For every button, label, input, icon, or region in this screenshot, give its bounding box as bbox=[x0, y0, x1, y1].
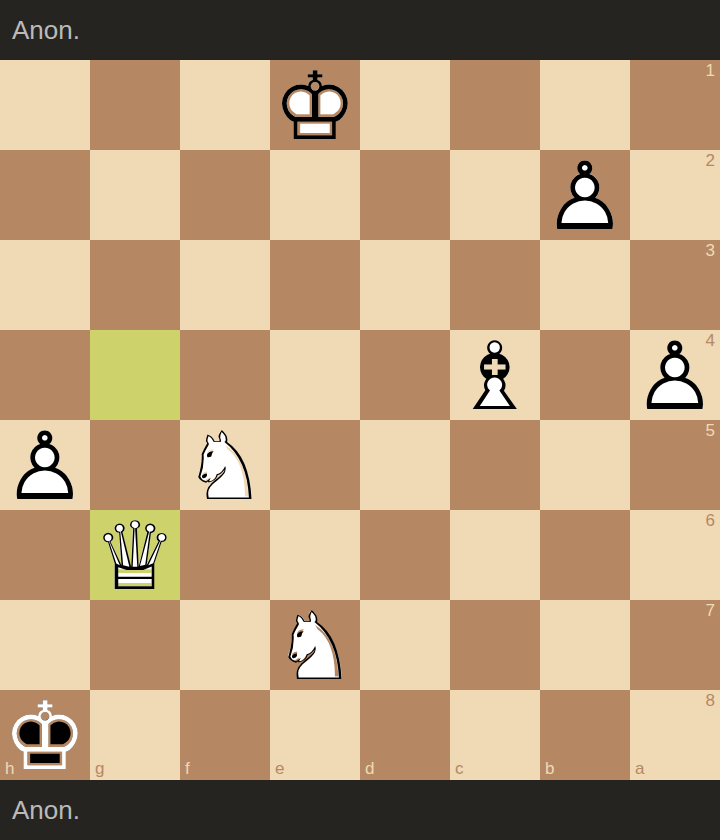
square-d7[interactable] bbox=[360, 600, 450, 690]
square-h3[interactable] bbox=[0, 240, 90, 330]
square-g3[interactable] bbox=[90, 240, 180, 330]
square-g8[interactable]: g bbox=[90, 690, 180, 780]
square-d5[interactable] bbox=[360, 420, 450, 510]
top-player-name: Anon. bbox=[12, 17, 80, 43]
square-c8[interactable]: c bbox=[450, 690, 540, 780]
bottom-player-bar: Anon. bbox=[0, 780, 720, 840]
square-f5[interactable]: ♞︎♘︎ bbox=[180, 420, 270, 510]
square-d6[interactable] bbox=[360, 510, 450, 600]
square-e8[interactable]: e bbox=[270, 690, 360, 780]
square-b1[interactable] bbox=[540, 60, 630, 150]
coord-file-b: b bbox=[545, 760, 554, 777]
square-c7[interactable] bbox=[450, 600, 540, 690]
square-a1[interactable]: 1 bbox=[630, 60, 720, 150]
coord-file-g: g bbox=[95, 760, 104, 777]
coord-rank-2: 2 bbox=[706, 152, 715, 169]
square-b4[interactable] bbox=[540, 330, 630, 420]
coord-file-c: c bbox=[455, 760, 464, 777]
coord-rank-1: 1 bbox=[706, 62, 715, 79]
coord-rank-7: 7 bbox=[706, 602, 715, 619]
square-a7[interactable]: 7 bbox=[630, 600, 720, 690]
square-f7[interactable] bbox=[180, 600, 270, 690]
square-e1[interactable]: ♚︎♔︎ bbox=[270, 60, 360, 150]
white-knight-icon[interactable]: ♞︎♘︎ bbox=[180, 420, 270, 510]
square-g4[interactable] bbox=[90, 330, 180, 420]
square-c3[interactable] bbox=[450, 240, 540, 330]
square-f6[interactable] bbox=[180, 510, 270, 600]
square-g2[interactable] bbox=[90, 150, 180, 240]
coord-rank-6: 6 bbox=[706, 512, 715, 529]
square-c1[interactable] bbox=[450, 60, 540, 150]
square-h8[interactable]: h♚︎♔︎ bbox=[0, 690, 90, 780]
square-h6[interactable] bbox=[0, 510, 90, 600]
square-f3[interactable] bbox=[180, 240, 270, 330]
black-king-icon[interactable]: ♚︎♔︎ bbox=[0, 690, 90, 780]
square-f4[interactable] bbox=[180, 330, 270, 420]
square-b5[interactable] bbox=[540, 420, 630, 510]
coord-file-a: a bbox=[635, 760, 644, 777]
square-b7[interactable] bbox=[540, 600, 630, 690]
square-h7[interactable] bbox=[0, 600, 90, 690]
square-d1[interactable] bbox=[360, 60, 450, 150]
square-b2[interactable]: ♟︎♙︎ bbox=[540, 150, 630, 240]
white-king-icon[interactable]: ♚︎♔︎ bbox=[270, 60, 360, 150]
square-d3[interactable] bbox=[360, 240, 450, 330]
square-a6[interactable]: 6 bbox=[630, 510, 720, 600]
square-g1[interactable] bbox=[90, 60, 180, 150]
square-a3[interactable]: 3 bbox=[630, 240, 720, 330]
square-c2[interactable] bbox=[450, 150, 540, 240]
white-pawn-icon[interactable]: ♟︎♙︎ bbox=[0, 420, 90, 510]
square-d8[interactable]: d bbox=[360, 690, 450, 780]
square-d4[interactable] bbox=[360, 330, 450, 420]
square-e3[interactable] bbox=[270, 240, 360, 330]
square-b8[interactable]: b bbox=[540, 690, 630, 780]
square-f2[interactable] bbox=[180, 150, 270, 240]
white-bishop-icon[interactable]: ♝︎♗︎ bbox=[450, 330, 540, 420]
square-f1[interactable] bbox=[180, 60, 270, 150]
square-e7[interactable]: ♞︎♘︎ bbox=[270, 600, 360, 690]
square-d2[interactable] bbox=[360, 150, 450, 240]
square-g7[interactable] bbox=[90, 600, 180, 690]
square-a4[interactable]: 4♟︎♙︎ bbox=[630, 330, 720, 420]
top-player-bar: Anon. bbox=[0, 0, 720, 60]
coord-rank-3: 3 bbox=[706, 242, 715, 259]
square-h5[interactable]: ♟︎♙︎ bbox=[0, 420, 90, 510]
square-e6[interactable] bbox=[270, 510, 360, 600]
square-c4[interactable]: ♝︎♗︎ bbox=[450, 330, 540, 420]
square-a5[interactable]: 5 bbox=[630, 420, 720, 510]
square-f8[interactable]: f bbox=[180, 690, 270, 780]
square-c6[interactable] bbox=[450, 510, 540, 600]
square-b6[interactable] bbox=[540, 510, 630, 600]
bottom-player-name: Anon. bbox=[12, 797, 80, 823]
square-a2[interactable]: 2 bbox=[630, 150, 720, 240]
coord-file-f: f bbox=[185, 760, 190, 777]
square-e5[interactable] bbox=[270, 420, 360, 510]
square-h2[interactable] bbox=[0, 150, 90, 240]
square-c5[interactable] bbox=[450, 420, 540, 510]
coord-rank-8: 8 bbox=[706, 692, 715, 709]
coord-file-d: d bbox=[365, 760, 374, 777]
white-pawn-icon[interactable]: ♟︎♙︎ bbox=[630, 330, 720, 420]
square-e4[interactable] bbox=[270, 330, 360, 420]
coord-file-e: e bbox=[275, 760, 284, 777]
square-g5[interactable] bbox=[90, 420, 180, 510]
square-g6[interactable]: ♛︎♕︎ bbox=[90, 510, 180, 600]
square-h1[interactable] bbox=[0, 60, 90, 150]
white-pawn-icon[interactable]: ♟︎♙︎ bbox=[540, 150, 630, 240]
square-h4[interactable] bbox=[0, 330, 90, 420]
square-e2[interactable] bbox=[270, 150, 360, 240]
square-b3[interactable] bbox=[540, 240, 630, 330]
white-queen-icon[interactable]: ♛︎♕︎ bbox=[90, 510, 180, 600]
white-knight-icon[interactable]: ♞︎♘︎ bbox=[270, 600, 360, 690]
board: ♚︎♔︎1♟︎♙︎23♝︎♗︎4♟︎♙︎♟︎♙︎♞︎♘︎5♛︎♕︎6♞︎♘︎7h… bbox=[0, 60, 720, 780]
square-a8[interactable]: a8 bbox=[630, 690, 720, 780]
